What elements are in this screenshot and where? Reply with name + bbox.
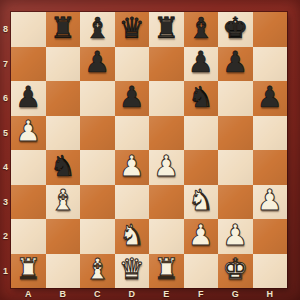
piece-white-pawn-icon[interactable]: ♟ xyxy=(257,186,283,215)
piece-white-knight-icon[interactable]: ♞ xyxy=(119,221,145,250)
square-d3[interactable] xyxy=(115,185,150,220)
square-h5[interactable] xyxy=(253,116,288,151)
square-h8[interactable] xyxy=(253,12,288,47)
square-b6[interactable] xyxy=(46,81,81,116)
rank-label-7: 7 xyxy=(0,47,11,82)
square-b5[interactable] xyxy=(46,116,81,151)
square-d1[interactable]: ♛ xyxy=(115,254,150,289)
piece-black-king-icon[interactable]: ♚ xyxy=(222,14,248,43)
piece-white-rook-icon[interactable]: ♜ xyxy=(15,255,41,284)
square-f3[interactable]: ♞ xyxy=(184,185,219,220)
square-g8[interactable]: ♚ xyxy=(218,12,253,47)
square-c4[interactable] xyxy=(80,150,115,185)
square-e8[interactable]: ♜ xyxy=(149,12,184,47)
piece-black-rook-icon[interactable]: ♜ xyxy=(153,14,179,43)
square-e2[interactable] xyxy=(149,219,184,254)
square-f5[interactable] xyxy=(184,116,219,151)
piece-black-bishop-icon[interactable]: ♝ xyxy=(188,14,214,43)
square-b4[interactable]: ♞ xyxy=(46,150,81,185)
piece-black-knight-icon[interactable]: ♞ xyxy=(50,152,76,181)
square-f4[interactable] xyxy=(184,150,219,185)
square-f1[interactable] xyxy=(184,254,219,289)
square-b7[interactable] xyxy=(46,47,81,82)
square-h6[interactable]: ♟ xyxy=(253,81,288,116)
square-f8[interactable]: ♝ xyxy=(184,12,219,47)
square-b8[interactable]: ♜ xyxy=(46,12,81,47)
square-e1[interactable]: ♜ xyxy=(149,254,184,289)
square-c2[interactable] xyxy=(80,219,115,254)
square-h7[interactable] xyxy=(253,47,288,82)
piece-black-pawn-icon[interactable]: ♟ xyxy=(257,83,283,112)
file-label-c: C xyxy=(80,288,115,300)
piece-white-pawn-icon[interactable]: ♟ xyxy=(119,152,145,181)
square-a8[interactable] xyxy=(11,12,46,47)
board-frame: ♜♝♛♜♝♚♟♟♟♟♟♞♟♟♞♟♟♝♞♟♞♟♟♜♝♛♜♚ 87654321 AB… xyxy=(0,0,300,300)
piece-black-rook-icon[interactable]: ♜ xyxy=(50,14,76,43)
piece-white-queen-icon[interactable]: ♛ xyxy=(119,255,145,284)
square-g7[interactable]: ♟ xyxy=(218,47,253,82)
square-a1[interactable]: ♜ xyxy=(11,254,46,289)
square-b2[interactable] xyxy=(46,219,81,254)
piece-white-pawn-icon[interactable]: ♟ xyxy=(153,152,179,181)
piece-black-pawn-icon[interactable]: ♟ xyxy=(119,83,145,112)
piece-white-bishop-icon[interactable]: ♝ xyxy=(50,186,76,215)
rank-label-3: 3 xyxy=(0,185,11,220)
piece-black-bishop-icon[interactable]: ♝ xyxy=(84,14,110,43)
square-a6[interactable]: ♟ xyxy=(11,81,46,116)
square-e5[interactable] xyxy=(149,116,184,151)
square-d7[interactable] xyxy=(115,47,150,82)
piece-black-pawn-icon[interactable]: ♟ xyxy=(15,83,41,112)
square-h4[interactable] xyxy=(253,150,288,185)
file-label-h: H xyxy=(253,288,288,300)
piece-black-pawn-icon[interactable]: ♟ xyxy=(84,48,110,77)
rank-label-5: 5 xyxy=(0,116,11,151)
square-a5[interactable]: ♟ xyxy=(11,116,46,151)
piece-black-pawn-icon[interactable]: ♟ xyxy=(222,48,248,77)
square-c1[interactable]: ♝ xyxy=(80,254,115,289)
square-h2[interactable] xyxy=(253,219,288,254)
square-f2[interactable]: ♟ xyxy=(184,219,219,254)
square-b1[interactable] xyxy=(46,254,81,289)
square-g4[interactable] xyxy=(218,150,253,185)
piece-white-knight-icon[interactable]: ♞ xyxy=(188,186,214,215)
square-d2[interactable]: ♞ xyxy=(115,219,150,254)
square-c5[interactable] xyxy=(80,116,115,151)
square-a3[interactable] xyxy=(11,185,46,220)
square-c7[interactable]: ♟ xyxy=(80,47,115,82)
square-e7[interactable] xyxy=(149,47,184,82)
piece-black-queen-icon[interactable]: ♛ xyxy=(119,14,145,43)
square-d5[interactable] xyxy=(115,116,150,151)
square-c8[interactable]: ♝ xyxy=(80,12,115,47)
square-h1[interactable] xyxy=(253,254,288,289)
square-f7[interactable]: ♟ xyxy=(184,47,219,82)
square-a7[interactable] xyxy=(11,47,46,82)
square-d4[interactable]: ♟ xyxy=(115,150,150,185)
square-b3[interactable]: ♝ xyxy=(46,185,81,220)
file-label-e: E xyxy=(149,288,184,300)
file-label-d: D xyxy=(115,288,150,300)
file-label-g: G xyxy=(218,288,253,300)
file-label-f: F xyxy=(184,288,219,300)
rank-label-4: 4 xyxy=(0,150,11,185)
square-c6[interactable] xyxy=(80,81,115,116)
piece-white-bishop-icon[interactable]: ♝ xyxy=(84,255,110,284)
square-a4[interactable] xyxy=(11,150,46,185)
square-d8[interactable]: ♛ xyxy=(115,12,150,47)
square-g6[interactable] xyxy=(218,81,253,116)
piece-black-pawn-icon[interactable]: ♟ xyxy=(188,48,214,77)
square-c3[interactable] xyxy=(80,185,115,220)
piece-white-pawn-icon[interactable]: ♟ xyxy=(15,117,41,146)
piece-white-rook-icon[interactable]: ♜ xyxy=(153,255,179,284)
piece-black-knight-icon[interactable]: ♞ xyxy=(188,83,214,112)
square-d6[interactable]: ♟ xyxy=(115,81,150,116)
rank-label-6: 6 xyxy=(0,81,11,116)
file-label-b: B xyxy=(46,288,81,300)
square-e6[interactable] xyxy=(149,81,184,116)
chess-board: ♜♝♛♜♝♚♟♟♟♟♟♞♟♟♞♟♟♝♞♟♞♟♟♜♝♛♜♚ xyxy=(11,12,287,288)
square-g1[interactable]: ♚ xyxy=(218,254,253,289)
rank-label-8: 8 xyxy=(0,12,11,47)
square-g3[interactable] xyxy=(218,185,253,220)
piece-white-pawn-icon[interactable]: ♟ xyxy=(222,221,248,250)
piece-white-king-icon[interactable]: ♚ xyxy=(222,255,248,284)
square-e4[interactable]: ♟ xyxy=(149,150,184,185)
rank-label-1: 1 xyxy=(0,254,11,289)
piece-white-pawn-icon[interactable]: ♟ xyxy=(188,221,214,250)
rank-label-2: 2 xyxy=(0,219,11,254)
square-a2[interactable] xyxy=(11,219,46,254)
file-label-a: A xyxy=(11,288,46,300)
square-f6[interactable]: ♞ xyxy=(184,81,219,116)
square-g2[interactable]: ♟ xyxy=(218,219,253,254)
square-h3[interactable]: ♟ xyxy=(253,185,288,220)
square-e3[interactable] xyxy=(149,185,184,220)
square-g5[interactable] xyxy=(218,116,253,151)
